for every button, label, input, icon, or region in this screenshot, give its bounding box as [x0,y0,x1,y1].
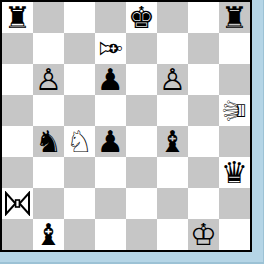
black-bishop-piece: ♝ [33,219,64,250]
square-g2[interactable] [188,188,219,219]
square-a3[interactable] [2,157,33,188]
square-a4[interactable] [2,126,33,157]
square-b8[interactable] [33,2,64,33]
white-pawn-piece: ♙ [157,64,188,95]
square-d5[interactable] [95,95,126,126]
square-f5[interactable] [157,95,188,126]
black-rook-piece: ♜ [219,2,250,33]
square-f4[interactable]: ♝ [157,126,188,157]
square-d7[interactable]: ♗ [95,33,126,64]
black-bishop-piece: ♝ [157,126,188,157]
square-h2[interactable] [219,188,250,219]
square-d4[interactable]: ♟ [95,126,126,157]
square-c5[interactable] [64,95,95,126]
square-h8[interactable]: ♜ [219,2,250,33]
square-h5[interactable]: ♕ [219,95,250,126]
page-background: ♜♚♜♗♙♟♙♕♞♘♟♝♛♝♔ [0,0,264,264]
black-king-piece: ♚ [126,2,157,33]
white-bishop-rotated-right-fairy-piece: ♗ [95,33,126,64]
square-a5[interactable] [2,95,33,126]
square-c4[interactable]: ♘ [64,126,95,157]
square-f2[interactable] [157,188,188,219]
square-c7[interactable] [64,33,95,64]
square-e4[interactable] [126,126,157,157]
white-knight-piece: ♘ [64,126,95,157]
square-g7[interactable] [188,33,219,64]
square-b7[interactable] [33,33,64,64]
square-e3[interactable] [126,157,157,188]
square-f7[interactable] [157,33,188,64]
chessboard-frame: ♜♚♜♗♙♟♙♕♞♘♟♝♛♝♔ [0,0,252,252]
square-d1[interactable] [95,219,126,250]
square-g4[interactable] [188,126,219,157]
bowtie-fairy-piece-icon [4,191,31,216]
square-a1[interactable] [2,219,33,250]
white-queen-rotated-left-fairy-piece: ♕ [219,95,250,126]
square-a8[interactable]: ♜ [2,2,33,33]
square-d3[interactable] [95,157,126,188]
square-e8[interactable]: ♚ [126,2,157,33]
square-b3[interactable] [33,157,64,188]
square-h4[interactable] [219,126,250,157]
square-f1[interactable] [157,219,188,250]
square-g6[interactable] [188,64,219,95]
square-e5[interactable] [126,95,157,126]
square-a6[interactable] [2,64,33,95]
square-b5[interactable] [33,95,64,126]
square-f8[interactable] [157,2,188,33]
square-c8[interactable] [64,2,95,33]
square-b4[interactable]: ♞ [33,126,64,157]
black-pawn-piece: ♟ [95,126,126,157]
square-e7[interactable] [126,33,157,64]
square-c6[interactable] [64,64,95,95]
white-king-piece: ♔ [188,219,219,250]
square-c2[interactable] [64,188,95,219]
square-c1[interactable] [64,219,95,250]
square-d8[interactable] [95,2,126,33]
square-g3[interactable] [188,157,219,188]
square-h7[interactable] [219,33,250,64]
black-queen-piece: ♛ [219,157,250,188]
square-h1[interactable] [219,219,250,250]
square-h3[interactable]: ♛ [219,157,250,188]
square-b2[interactable] [33,188,64,219]
square-f6[interactable]: ♙ [157,64,188,95]
square-e2[interactable] [126,188,157,219]
square-a7[interactable] [2,33,33,64]
square-g8[interactable] [188,2,219,33]
white-pawn-piece: ♙ [33,64,64,95]
square-a2[interactable] [2,188,33,219]
square-b1[interactable]: ♝ [33,219,64,250]
white-bowtie-fairy-piece [2,188,33,219]
square-c3[interactable] [64,157,95,188]
black-rook-piece: ♜ [2,2,33,33]
black-pawn-piece: ♟ [95,64,126,95]
square-b6[interactable]: ♙ [33,64,64,95]
square-e6[interactable] [126,64,157,95]
chessboard: ♜♚♜♗♙♟♙♕♞♘♟♝♛♝♔ [2,2,250,250]
square-h6[interactable] [219,64,250,95]
square-g1[interactable]: ♔ [188,219,219,250]
black-knight-piece: ♞ [33,126,64,157]
square-e1[interactable] [126,219,157,250]
square-f3[interactable] [157,157,188,188]
square-d2[interactable] [95,188,126,219]
square-g5[interactable] [188,95,219,126]
square-d6[interactable]: ♟ [95,64,126,95]
